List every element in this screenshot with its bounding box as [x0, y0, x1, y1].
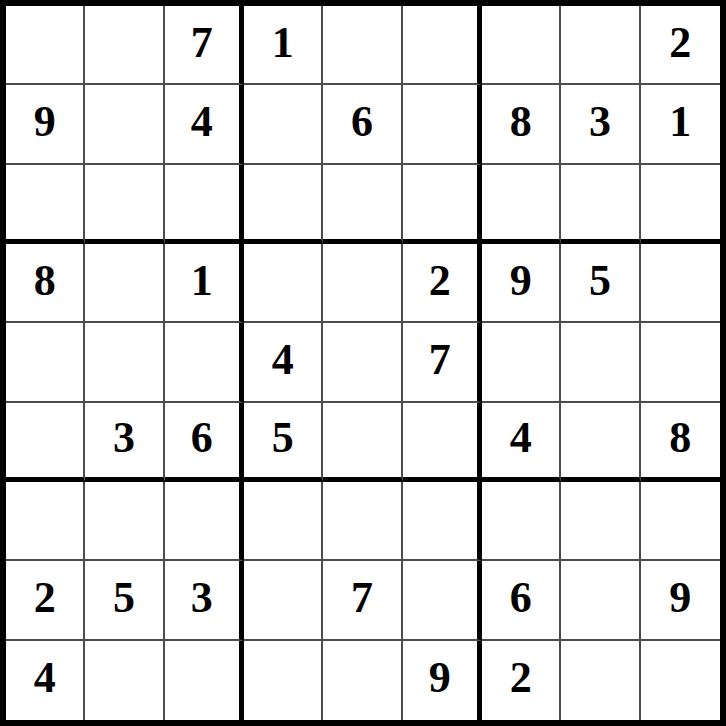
cell-r8c2[interactable]: 5 [85, 561, 164, 640]
given-digit: 4 [191, 100, 213, 144]
cell-r3c8[interactable] [561, 165, 640, 244]
cell-r6c3[interactable]: 6 [165, 403, 244, 482]
cell-r8c6[interactable] [403, 561, 482, 640]
cell-r1c3[interactable]: 7 [165, 6, 244, 85]
cell-r4c3[interactable]: 1 [165, 244, 244, 323]
cell-r3c2[interactable] [85, 165, 164, 244]
cell-r1c5[interactable] [323, 6, 402, 85]
cell-r5c7[interactable] [482, 323, 561, 402]
cell-r2c2[interactable] [85, 85, 164, 164]
cell-r1c1[interactable] [6, 6, 85, 85]
cell-r1c2[interactable] [85, 6, 164, 85]
cell-r3c3[interactable] [165, 165, 244, 244]
cell-r8c7[interactable]: 6 [482, 561, 561, 640]
cell-r4c1[interactable]: 8 [6, 244, 85, 323]
cell-r2c7[interactable]: 8 [482, 85, 561, 164]
cell-r6c4[interactable]: 5 [244, 403, 323, 482]
cell-r5c4[interactable]: 4 [244, 323, 323, 402]
given-digit: 7 [351, 576, 373, 620]
given-digit: 9 [669, 576, 691, 620]
cell-r7c8[interactable] [561, 482, 640, 561]
given-digit: 8 [34, 259, 56, 303]
cell-r7c2[interactable] [85, 482, 164, 561]
cell-r2c8[interactable]: 3 [561, 85, 640, 164]
cell-r5c8[interactable] [561, 323, 640, 402]
cell-r3c7[interactable] [482, 165, 561, 244]
given-digit: 5 [272, 416, 294, 460]
given-digit: 7 [429, 338, 451, 382]
given-digit: 9 [510, 259, 532, 303]
cell-r2c1[interactable]: 9 [6, 85, 85, 164]
cell-r2c3[interactable]: 4 [165, 85, 244, 164]
cell-r4c4[interactable] [244, 244, 323, 323]
given-digit: 2 [34, 576, 56, 620]
cell-r5c1[interactable] [6, 323, 85, 402]
cell-r1c6[interactable] [403, 6, 482, 85]
cell-r7c9[interactable] [641, 482, 720, 561]
cell-r9c6[interactable]: 9 [403, 641, 482, 720]
cell-r9c3[interactable] [165, 641, 244, 720]
given-digit: 5 [589, 259, 611, 303]
cell-r1c4[interactable]: 1 [244, 6, 323, 85]
cell-r1c7[interactable] [482, 6, 561, 85]
cell-r4c5[interactable] [323, 244, 402, 323]
given-digit: 3 [113, 416, 135, 460]
cell-r5c9[interactable] [641, 323, 720, 402]
cell-r2c4[interactable] [244, 85, 323, 164]
cell-r6c9[interactable]: 8 [641, 403, 720, 482]
cell-r8c8[interactable] [561, 561, 640, 640]
given-digit: 3 [589, 100, 611, 144]
cell-r2c9[interactable]: 1 [641, 85, 720, 164]
cell-r9c7[interactable]: 2 [482, 641, 561, 720]
cell-r3c5[interactable] [323, 165, 402, 244]
cell-r8c3[interactable]: 3 [165, 561, 244, 640]
cell-r9c4[interactable] [244, 641, 323, 720]
given-digit: 1 [272, 21, 294, 65]
cell-r6c2[interactable]: 3 [85, 403, 164, 482]
given-digit: 3 [191, 576, 213, 620]
cell-r3c4[interactable] [244, 165, 323, 244]
cell-r6c5[interactable] [323, 403, 402, 482]
given-digit: 6 [351, 100, 373, 144]
cell-r4c9[interactable] [641, 244, 720, 323]
given-digit: 2 [510, 656, 532, 700]
cell-r8c1[interactable]: 2 [6, 561, 85, 640]
given-digit: 4 [272, 338, 294, 382]
sudoku-board: 712946831812954736548253769492 [0, 0, 726, 726]
cell-r6c7[interactable]: 4 [482, 403, 561, 482]
cell-r8c5[interactable]: 7 [323, 561, 402, 640]
cell-r3c1[interactable] [6, 165, 85, 244]
cell-r4c6[interactable]: 2 [403, 244, 482, 323]
cell-r9c9[interactable] [641, 641, 720, 720]
cell-r6c1[interactable] [6, 403, 85, 482]
cell-r5c5[interactable] [323, 323, 402, 402]
given-digit: 4 [34, 656, 56, 700]
sudoku-page: 712946831812954736548253769492 [0, 0, 726, 726]
cell-r6c8[interactable] [561, 403, 640, 482]
cell-r9c5[interactable] [323, 641, 402, 720]
given-digit: 1 [669, 100, 691, 144]
given-digit: 8 [669, 416, 691, 460]
given-digit: 9 [429, 656, 451, 700]
cell-r7c3[interactable] [165, 482, 244, 561]
cell-r7c7[interactable] [482, 482, 561, 561]
cell-r4c8[interactable]: 5 [561, 244, 640, 323]
cell-r9c1[interactable]: 4 [6, 641, 85, 720]
given-digit: 6 [510, 576, 532, 620]
cell-r1c8[interactable] [561, 6, 640, 85]
given-digit: 4 [510, 416, 532, 460]
given-digit: 7 [191, 21, 213, 65]
cell-r7c5[interactable] [323, 482, 402, 561]
cell-r5c6[interactable]: 7 [403, 323, 482, 402]
cell-r5c3[interactable] [165, 323, 244, 402]
cell-r7c4[interactable] [244, 482, 323, 561]
cell-r7c6[interactable] [403, 482, 482, 561]
cell-r8c4[interactable] [244, 561, 323, 640]
cell-r7c1[interactable] [6, 482, 85, 561]
cell-r1c9[interactable]: 2 [641, 6, 720, 85]
given-digit: 1 [191, 259, 213, 303]
cell-r2c6[interactable] [403, 85, 482, 164]
given-digit: 2 [669, 21, 691, 65]
cell-r3c6[interactable] [403, 165, 482, 244]
cell-r6c6[interactable] [403, 403, 482, 482]
given-digit: 2 [429, 259, 451, 303]
cell-r8c9[interactable]: 9 [641, 561, 720, 640]
cell-r4c2[interactable] [85, 244, 164, 323]
cell-r4c7[interactable]: 9 [482, 244, 561, 323]
cell-r9c8[interactable] [561, 641, 640, 720]
cell-r5c2[interactable] [85, 323, 164, 402]
given-digit: 6 [191, 416, 213, 460]
given-digit: 5 [113, 576, 135, 620]
given-digit: 9 [34, 100, 56, 144]
cell-r2c5[interactable]: 6 [323, 85, 402, 164]
given-digit: 8 [510, 100, 532, 144]
cell-r9c2[interactable] [85, 641, 164, 720]
cell-r3c9[interactable] [641, 165, 720, 244]
